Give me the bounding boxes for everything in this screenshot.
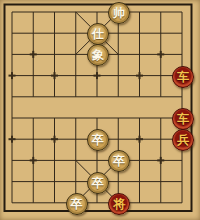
piece-red-ju-chariot[interactable]: 车	[172, 108, 194, 130]
piece-red-ju-chariot[interactable]: 车	[172, 66, 194, 88]
piece-gold-zu-soldier[interactable]: 卒	[66, 193, 88, 215]
piece-gold-zu-soldier[interactable]: 卒	[87, 172, 109, 194]
piece-gold-zu-soldier[interactable]: 卒	[87, 129, 109, 151]
xiangqi-board[interactable]: 帅仕象车车卒兵卒卒卒将	[0, 0, 200, 220]
piece-red-jiang-general[interactable]: 将	[108, 193, 130, 215]
piece-gold-xiang-elephant[interactable]: 象	[87, 44, 109, 66]
piece-red-bing-soldier[interactable]: 兵	[172, 129, 194, 151]
pieces-layer: 帅仕象车车卒兵卒卒卒将	[0, 0, 200, 220]
piece-gold-shuai-general[interactable]: 帅	[108, 2, 130, 24]
piece-gold-shi-advisor[interactable]: 仕	[87, 23, 109, 45]
piece-gold-zu-soldier[interactable]: 卒	[108, 150, 130, 172]
